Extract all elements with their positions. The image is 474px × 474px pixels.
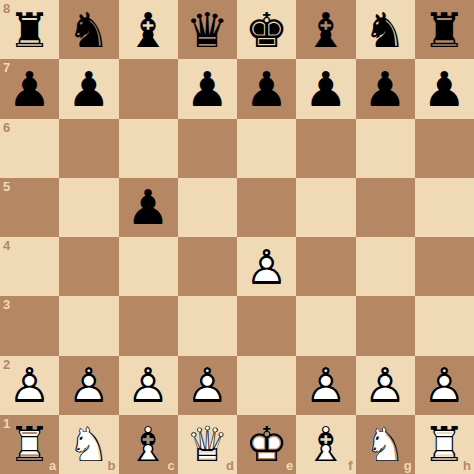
square-e1[interactable]: e♚♔ — [237, 415, 296, 474]
square-e7[interactable]: ♟ — [237, 59, 296, 118]
square-d2[interactable]: ♟♙ — [178, 356, 237, 415]
square-f5[interactable] — [296, 178, 355, 237]
black-knight-b8[interactable]: ♞ — [59, 0, 118, 59]
square-b6[interactable] — [59, 119, 118, 178]
square-g2[interactable]: ♟♙ — [356, 356, 415, 415]
white-pawn-c2[interactable]: ♟♙ — [119, 356, 178, 415]
square-a2[interactable]: 2♟♙ — [0, 356, 59, 415]
white-pawn-f2[interactable]: ♟♙ — [296, 356, 355, 415]
square-d5[interactable] — [178, 178, 237, 237]
square-h5[interactable] — [415, 178, 474, 237]
square-g4[interactable] — [356, 237, 415, 296]
square-f7[interactable]: ♟ — [296, 59, 355, 118]
square-d8[interactable]: ♛ — [178, 0, 237, 59]
square-b2[interactable]: ♟♙ — [59, 356, 118, 415]
square-b5[interactable] — [59, 178, 118, 237]
black-king-e8[interactable]: ♚ — [237, 0, 296, 59]
black-pawn-g7[interactable]: ♟ — [356, 59, 415, 118]
white-bishop-c1[interactable]: ♝♗ — [119, 415, 178, 474]
white-knight-g1[interactable]: ♞♘ — [356, 415, 415, 474]
square-h6[interactable] — [415, 119, 474, 178]
square-a3[interactable]: 3 — [0, 296, 59, 355]
black-knight-g8[interactable]: ♞ — [356, 0, 415, 59]
square-e5[interactable] — [237, 178, 296, 237]
black-pawn-e7[interactable]: ♟ — [237, 59, 296, 118]
white-rook-h1[interactable]: ♜♖ — [415, 415, 474, 474]
black-pawn-f7[interactable]: ♟ — [296, 59, 355, 118]
square-g1[interactable]: g♞♘ — [356, 415, 415, 474]
square-c8[interactable]: ♝ — [119, 0, 178, 59]
square-f1[interactable]: f♝♗ — [296, 415, 355, 474]
square-h8[interactable]: ♜ — [415, 0, 474, 59]
square-h1[interactable]: h♜♖ — [415, 415, 474, 474]
square-g3[interactable] — [356, 296, 415, 355]
white-queen-d1[interactable]: ♛♕ — [178, 415, 237, 474]
square-c1[interactable]: c♝♗ — [119, 415, 178, 474]
black-pawn-d7[interactable]: ♟ — [178, 59, 237, 118]
square-e4[interactable]: ♟♙ — [237, 237, 296, 296]
white-pawn-g2[interactable]: ♟♙ — [356, 356, 415, 415]
square-h7[interactable]: ♟ — [415, 59, 474, 118]
square-d3[interactable] — [178, 296, 237, 355]
white-knight-b1[interactable]: ♞♘ — [59, 415, 118, 474]
square-b3[interactable] — [59, 296, 118, 355]
square-d4[interactable] — [178, 237, 237, 296]
square-f2[interactable]: ♟♙ — [296, 356, 355, 415]
square-a1[interactable]: 1a♜♖ — [0, 415, 59, 474]
black-rook-h8[interactable]: ♜ — [415, 0, 474, 59]
square-d6[interactable] — [178, 119, 237, 178]
square-g7[interactable]: ♟ — [356, 59, 415, 118]
rank-label-5: 5 — [3, 180, 10, 193]
square-a7[interactable]: 7♟ — [0, 59, 59, 118]
square-d1[interactable]: d♛♕ — [178, 415, 237, 474]
white-king-e1[interactable]: ♚♔ — [237, 415, 296, 474]
white-pawn-a2[interactable]: ♟♙ — [0, 356, 59, 415]
square-g5[interactable] — [356, 178, 415, 237]
square-a4[interactable]: 4 — [0, 237, 59, 296]
square-e3[interactable] — [237, 296, 296, 355]
square-h3[interactable] — [415, 296, 474, 355]
square-c3[interactable] — [119, 296, 178, 355]
rank-label-3: 3 — [3, 298, 10, 311]
square-h2[interactable]: ♟♙ — [415, 356, 474, 415]
square-f4[interactable] — [296, 237, 355, 296]
square-c2[interactable]: ♟♙ — [119, 356, 178, 415]
square-e8[interactable]: ♚ — [237, 0, 296, 59]
square-b8[interactable]: ♞ — [59, 0, 118, 59]
square-b4[interactable] — [59, 237, 118, 296]
square-a6[interactable]: 6 — [0, 119, 59, 178]
black-rook-a8[interactable]: ♜ — [0, 0, 59, 59]
black-bishop-f8[interactable]: ♝ — [296, 0, 355, 59]
black-pawn-a7[interactable]: ♟ — [0, 59, 59, 118]
black-pawn-b7[interactable]: ♟ — [59, 59, 118, 118]
square-g6[interactable] — [356, 119, 415, 178]
white-pawn-h2[interactable]: ♟♙ — [415, 356, 474, 415]
square-f3[interactable] — [296, 296, 355, 355]
black-queen-d8[interactable]: ♛ — [178, 0, 237, 59]
square-b7[interactable]: ♟ — [59, 59, 118, 118]
white-pawn-b2[interactable]: ♟♙ — [59, 356, 118, 415]
rank-label-4: 4 — [3, 239, 10, 252]
square-a5[interactable]: 5 — [0, 178, 59, 237]
square-c7[interactable] — [119, 59, 178, 118]
square-b1[interactable]: b♞♘ — [59, 415, 118, 474]
rank-label-6: 6 — [3, 121, 10, 134]
black-pawn-h7[interactable]: ♟ — [415, 59, 474, 118]
square-c5[interactable]: ♟ — [119, 178, 178, 237]
square-e2[interactable] — [237, 356, 296, 415]
square-c6[interactable] — [119, 119, 178, 178]
square-f6[interactable] — [296, 119, 355, 178]
square-d7[interactable]: ♟ — [178, 59, 237, 118]
white-rook-a1[interactable]: ♜♖ — [0, 415, 59, 474]
white-pawn-e4[interactable]: ♟♙ — [237, 237, 296, 296]
square-h4[interactable] — [415, 237, 474, 296]
square-e6[interactable] — [237, 119, 296, 178]
chess-board: 8♜♞♝♛♚♝♞♜7♟♟♟♟♟♟♟65♟4♟♙32♟♙♟♙♟♙♟♙♟♙♟♙♟♙1… — [0, 0, 474, 474]
square-a8[interactable]: 8♜ — [0, 0, 59, 59]
black-bishop-c8[interactable]: ♝ — [119, 0, 178, 59]
white-pawn-d2[interactable]: ♟♙ — [178, 356, 237, 415]
square-f8[interactable]: ♝ — [296, 0, 355, 59]
square-g8[interactable]: ♞ — [356, 0, 415, 59]
black-pawn-c5[interactable]: ♟ — [119, 178, 178, 237]
square-c4[interactable] — [119, 237, 178, 296]
white-bishop-f1[interactable]: ♝♗ — [296, 415, 355, 474]
